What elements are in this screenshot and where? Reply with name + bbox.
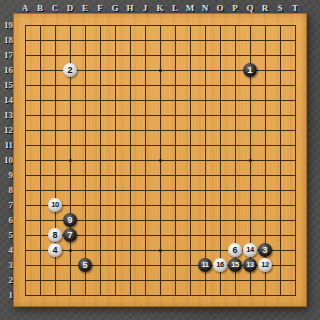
column-label: D bbox=[63, 3, 77, 13]
row-label: 3 bbox=[0, 260, 13, 270]
stone-white-14: 14 bbox=[243, 243, 258, 258]
move-number: 14 bbox=[246, 246, 254, 254]
column-label: M bbox=[183, 3, 197, 13]
stone-black-3: 3 bbox=[258, 243, 273, 258]
column-label: H bbox=[123, 3, 137, 13]
column-label: S bbox=[273, 3, 287, 13]
go-diagram: ABCDEFGHJKLMNOPQRST 19181716151413121110… bbox=[0, 0, 320, 320]
stone-white-8: 8 bbox=[48, 228, 63, 243]
move-number: 8 bbox=[52, 231, 57, 240]
row-label: 5 bbox=[0, 230, 13, 240]
go-board: 12345678910111213141516 bbox=[13, 13, 307, 307]
move-number: 12 bbox=[261, 261, 269, 269]
column-label: C bbox=[48, 3, 62, 13]
stone-white-16: 16 bbox=[213, 258, 228, 273]
column-label: J bbox=[138, 3, 152, 13]
row-label: 16 bbox=[0, 65, 13, 75]
row-label: 9 bbox=[0, 170, 13, 180]
stone-white-10: 10 bbox=[48, 198, 63, 213]
move-number: 5 bbox=[82, 261, 87, 270]
stone-black-5: 5 bbox=[78, 258, 93, 273]
move-number: 3 bbox=[262, 246, 267, 255]
move-number: 4 bbox=[52, 246, 57, 255]
row-label: 18 bbox=[0, 35, 13, 45]
row-label: 13 bbox=[0, 110, 13, 120]
stones-layer: 12345678910111213141516 bbox=[18, 18, 303, 303]
move-number: 11 bbox=[201, 261, 208, 269]
stone-black-7: 7 bbox=[63, 228, 78, 243]
move-number: 1 bbox=[247, 66, 252, 75]
move-number: 6 bbox=[232, 246, 237, 255]
move-number: 13 bbox=[246, 261, 254, 269]
stone-white-12: 12 bbox=[258, 258, 273, 273]
row-label: 1 bbox=[0, 290, 13, 300]
row-label: 17 bbox=[0, 50, 13, 60]
row-label: 6 bbox=[0, 215, 13, 225]
column-label: N bbox=[198, 3, 212, 13]
row-label: 4 bbox=[0, 245, 13, 255]
move-number: 2 bbox=[67, 66, 72, 75]
move-number: 16 bbox=[216, 261, 224, 269]
stone-white-4: 4 bbox=[48, 243, 63, 258]
move-number: 10 bbox=[51, 201, 59, 209]
column-label: G bbox=[108, 3, 122, 13]
row-label: 7 bbox=[0, 200, 13, 210]
column-label: E bbox=[78, 3, 92, 13]
stone-white-2: 2 bbox=[63, 63, 78, 78]
row-label: 15 bbox=[0, 80, 13, 90]
column-label: L bbox=[168, 3, 182, 13]
stone-black-1: 1 bbox=[243, 63, 258, 78]
stone-black-13: 13 bbox=[243, 258, 258, 273]
column-label: F bbox=[93, 3, 107, 13]
move-number: 15 bbox=[231, 261, 239, 269]
stone-white-6: 6 bbox=[228, 243, 243, 258]
row-label: 2 bbox=[0, 275, 13, 285]
column-label: P bbox=[228, 3, 242, 13]
row-label: 12 bbox=[0, 125, 13, 135]
column-label: Q bbox=[243, 3, 257, 13]
move-number: 9 bbox=[67, 216, 72, 225]
stone-black-15: 15 bbox=[228, 258, 243, 273]
row-label: 19 bbox=[0, 20, 13, 30]
row-label: 11 bbox=[0, 140, 13, 150]
column-label: O bbox=[213, 3, 227, 13]
stone-black-9: 9 bbox=[63, 213, 78, 228]
column-label: A bbox=[18, 3, 32, 13]
row-label: 10 bbox=[0, 155, 13, 165]
column-label: B bbox=[33, 3, 47, 13]
move-number: 7 bbox=[67, 231, 72, 240]
column-label: T bbox=[288, 3, 302, 13]
column-label: R bbox=[258, 3, 272, 13]
row-label: 14 bbox=[0, 95, 13, 105]
stone-black-11: 11 bbox=[198, 258, 213, 273]
column-label: K bbox=[153, 3, 167, 13]
row-label: 8 bbox=[0, 185, 13, 195]
